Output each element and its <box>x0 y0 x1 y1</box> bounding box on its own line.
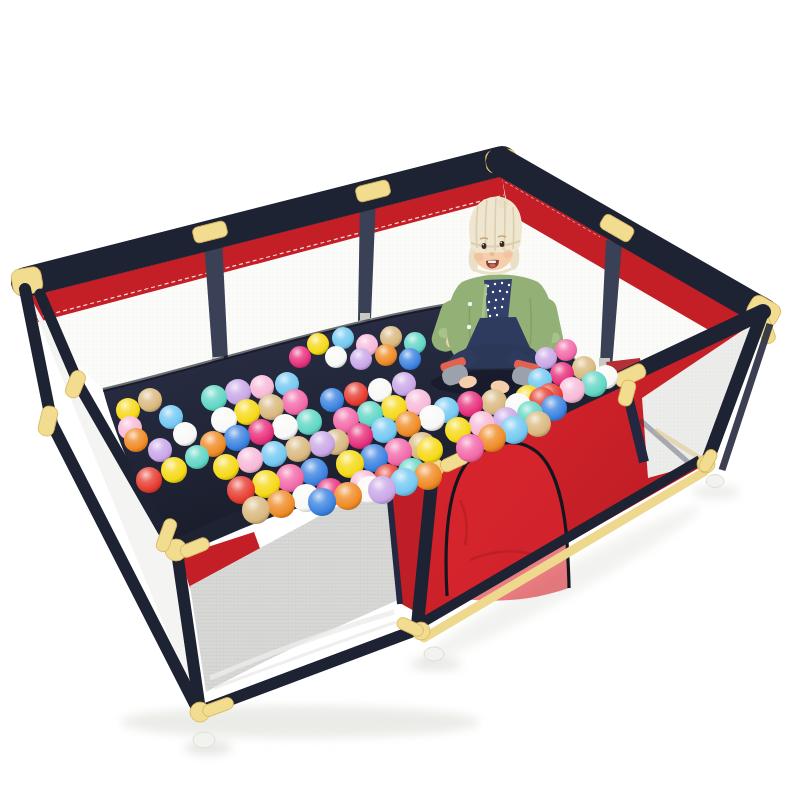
play-ball <box>309 431 335 457</box>
button <box>468 302 472 306</box>
play-ball <box>308 488 336 516</box>
play-ball <box>332 327 354 349</box>
play-ball <box>285 436 311 462</box>
play-ball <box>581 371 607 397</box>
play-ball <box>414 462 442 490</box>
teeth <box>488 261 496 264</box>
play-ball <box>261 441 287 467</box>
play-ball <box>334 482 362 510</box>
tongue <box>490 264 496 268</box>
cheek-blush <box>504 250 513 259</box>
play-ball <box>399 348 421 370</box>
play-ball <box>325 346 347 368</box>
play-ball <box>242 496 270 524</box>
play-ball <box>375 344 397 366</box>
play-ball <box>267 490 295 518</box>
plastic-foot <box>706 475 724 488</box>
play-ball <box>289 346 311 368</box>
play-ball <box>456 434 484 462</box>
hat-tuft <box>498 198 509 209</box>
play-ball <box>555 339 577 361</box>
plastic-foot <box>424 647 444 661</box>
product-photo-baby-playpen <box>0 0 800 800</box>
plastic-foot <box>193 732 215 748</box>
play-ball <box>161 457 187 483</box>
play-ball <box>417 437 443 463</box>
button <box>467 325 471 329</box>
play-ball <box>124 428 148 452</box>
play-ball <box>525 411 551 437</box>
play-ball <box>136 467 162 493</box>
nose <box>489 252 494 256</box>
eye-glint <box>500 242 502 244</box>
play-ball <box>237 447 263 473</box>
play-ball <box>138 388 162 412</box>
play-ball <box>173 422 197 446</box>
left-eye <box>482 243 487 249</box>
eye-glint <box>482 244 484 246</box>
play-ball <box>248 419 274 445</box>
play-ball <box>350 348 372 370</box>
play-ball <box>419 405 445 431</box>
play-ball <box>368 476 396 504</box>
play-ball <box>296 409 322 435</box>
play-ball <box>213 454 239 480</box>
right-eye <box>500 241 505 247</box>
playpen-scene <box>0 0 800 800</box>
play-ball <box>307 333 329 355</box>
cheek-blush <box>475 253 484 262</box>
play-ball <box>185 445 209 469</box>
play-ball <box>224 425 250 451</box>
play-ball <box>272 414 298 440</box>
